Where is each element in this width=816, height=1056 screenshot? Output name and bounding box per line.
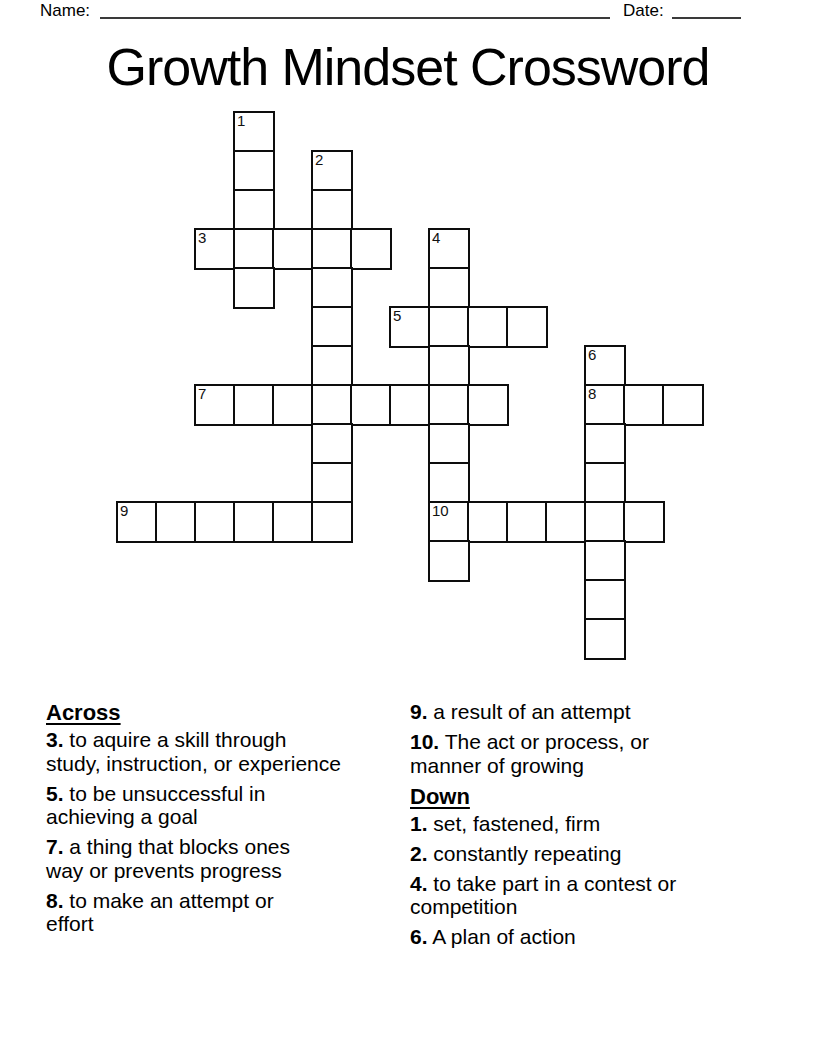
- grid-cell[interactable]: [545, 501, 587, 543]
- clue-line: 1. set, fastened, firm: [410, 812, 770, 836]
- clues-column-left: Across3. to aquire a skill throughstudy,…: [46, 700, 421, 942]
- clue-line: 4. to take part in a contest or: [410, 872, 770, 896]
- page-title: Growth Mindset Crossword: [0, 36, 816, 98]
- grid-cell[interactable]: [428, 462, 470, 504]
- grid-cell[interactable]: [584, 462, 626, 504]
- clue-number: 5: [393, 308, 401, 324]
- grid-cell[interactable]: [623, 501, 665, 543]
- grid-cell[interactable]: [623, 384, 665, 426]
- grid-cell[interactable]: [467, 384, 509, 426]
- clue-number: 8: [588, 386, 596, 402]
- clue-number: 2: [315, 152, 323, 168]
- grid-cell[interactable]: [584, 618, 626, 660]
- grid-cell[interactable]: [428, 423, 470, 465]
- clue-3: 3. to aquire a skill throughstudy, instr…: [46, 728, 421, 775]
- grid-cell[interactable]: 10: [428, 501, 470, 543]
- grid-cell[interactable]: [311, 501, 353, 543]
- clue-6: 6. A plan of action: [410, 925, 770, 949]
- clue-section-header: Down: [410, 784, 770, 810]
- grid-cell[interactable]: [350, 384, 392, 426]
- grid-cell[interactable]: [155, 501, 197, 543]
- grid-cell[interactable]: [233, 228, 275, 270]
- grid-cell[interactable]: 3: [194, 228, 236, 270]
- grid-cell[interactable]: [311, 306, 353, 348]
- grid-cell[interactable]: 7: [194, 384, 236, 426]
- clue-number: 9: [120, 503, 128, 519]
- clue-line: 6. A plan of action: [410, 925, 770, 949]
- grid-cell[interactable]: 9: [116, 501, 158, 543]
- clue-line: 3. to aquire a skill through: [46, 728, 421, 752]
- grid-cell[interactable]: [428, 345, 470, 387]
- clue-line: 10. The act or process, or: [410, 730, 770, 754]
- grid-cell[interactable]: [467, 501, 509, 543]
- grid-cell[interactable]: 2: [311, 150, 353, 192]
- grid-cell[interactable]: [311, 228, 353, 270]
- clue-line: way or prevents progress: [46, 859, 421, 883]
- clue-line: 2. constantly repeating: [410, 842, 770, 866]
- grid-cell[interactable]: [584, 579, 626, 621]
- grid-cell[interactable]: [233, 501, 275, 543]
- clue-10: 10. The act or process, ormanner of grow…: [410, 730, 770, 777]
- grid-cell[interactable]: [662, 384, 704, 426]
- clue-line: 7. a thing that blocks ones: [46, 835, 421, 859]
- clue-5: 5. to be unsuccessful inachieving a goal: [46, 782, 421, 829]
- clue-number: 10: [432, 503, 449, 519]
- clue-number: 7: [198, 386, 206, 402]
- grid-cell[interactable]: 6: [584, 345, 626, 387]
- clue-9: 9. a result of an attempt: [410, 700, 770, 724]
- grid-cell[interactable]: [233, 384, 275, 426]
- clue-line: 9. a result of an attempt: [410, 700, 770, 724]
- grid-cell[interactable]: [428, 540, 470, 582]
- name-label: Name:: [40, 1, 90, 20]
- clue-number: 6: [588, 347, 596, 363]
- clue-section-header: Across: [46, 700, 421, 726]
- grid-cell[interactable]: [584, 423, 626, 465]
- grid-cell[interactable]: [350, 228, 392, 270]
- clue-2: 2. constantly repeating: [410, 842, 770, 866]
- worksheet-page: { "game": "crossword", "header": { "name…: [0, 0, 816, 1056]
- grid-cell[interactable]: [233, 189, 275, 231]
- clue-line: 5. to be unsuccessful in: [46, 782, 421, 806]
- grid-cell[interactable]: [389, 384, 431, 426]
- clue-line: achieving a goal: [46, 805, 421, 829]
- grid-cell[interactable]: [428, 384, 470, 426]
- date-label: Date:: [623, 1, 664, 20]
- grid-cell[interactable]: [272, 384, 314, 426]
- grid-cell[interactable]: [506, 306, 548, 348]
- date-blank-line[interactable]: [672, 17, 741, 19]
- clue-line: manner of growing: [410, 754, 770, 778]
- grid-cell[interactable]: [311, 267, 353, 309]
- grid-cell[interactable]: [311, 345, 353, 387]
- grid-cell[interactable]: [311, 189, 353, 231]
- grid-cell[interactable]: [467, 306, 509, 348]
- grid-cell[interactable]: [233, 150, 275, 192]
- clue-line: 8. to make an attempt or: [46, 889, 421, 913]
- grid-cell[interactable]: 4: [428, 228, 470, 270]
- grid-cell[interactable]: [233, 267, 275, 309]
- grid-cell[interactable]: [194, 501, 236, 543]
- crossword-grid: 12345678910: [116, 111, 704, 660]
- name-blank-line[interactable]: [100, 17, 610, 19]
- grid-cell[interactable]: [428, 306, 470, 348]
- grid-cell[interactable]: 8: [584, 384, 626, 426]
- clue-number: 3: [198, 230, 206, 246]
- clue-4: 4. to take part in a contest orcompetiti…: [410, 872, 770, 919]
- clue-7: 7. a thing that blocks onesway or preven…: [46, 835, 421, 882]
- clue-line: study, instruction, or experience: [46, 752, 421, 776]
- grid-cell[interactable]: 1: [233, 111, 275, 153]
- clues-column-right: 9. a result of an attempt10. The act or …: [410, 700, 770, 955]
- grid-cell[interactable]: [272, 228, 314, 270]
- grid-cell[interactable]: [311, 462, 353, 504]
- grid-cell[interactable]: 5: [389, 306, 431, 348]
- grid-cell[interactable]: [584, 540, 626, 582]
- clue-line: competition: [410, 895, 770, 919]
- grid-cell[interactable]: [428, 267, 470, 309]
- grid-cell[interactable]: [506, 501, 548, 543]
- grid-cell[interactable]: [272, 501, 314, 543]
- grid-cell[interactable]: [584, 501, 626, 543]
- clue-number: 1: [237, 113, 245, 129]
- clue-1: 1. set, fastened, firm: [410, 812, 770, 836]
- clue-line: effort: [46, 912, 421, 936]
- clue-number: 4: [432, 230, 440, 246]
- grid-cell[interactable]: [311, 384, 353, 426]
- grid-cell[interactable]: [311, 423, 353, 465]
- clue-8: 8. to make an attempt oreffort: [46, 889, 421, 936]
